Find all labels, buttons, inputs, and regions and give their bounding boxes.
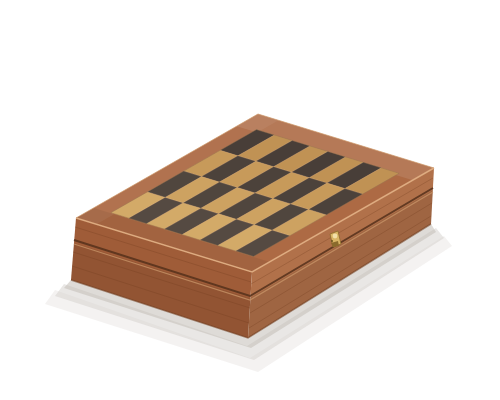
product-photo (0, 0, 500, 400)
chess-box-scene (0, 0, 500, 400)
